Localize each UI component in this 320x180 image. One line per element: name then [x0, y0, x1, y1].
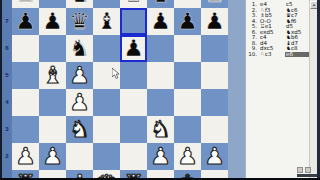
- black-pawn: ♟: [120, 35, 147, 62]
- black-pawn: ♟: [201, 8, 228, 35]
- black-rook: ♜: [12, 0, 39, 8]
- square-e6[interactable]: ♟: [120, 35, 147, 62]
- square-f5[interactable]: [147, 62, 174, 89]
- square-g6[interactable]: [174, 35, 201, 62]
- square-c5[interactable]: ♟: [66, 62, 93, 89]
- black-pawn: ♟: [147, 8, 174, 35]
- black-bishop: ♝: [147, 0, 174, 8]
- square-d3[interactable]: [93, 116, 120, 143]
- black-rook: ♜: [201, 0, 228, 8]
- square-e8[interactable]: ♚: [120, 0, 147, 8]
- mouse-cursor: [112, 68, 120, 79]
- square-b8[interactable]: [39, 0, 66, 8]
- moves-panel: 1.e4c52.♘f3♞c63.♗b5♛c74.O-O♞f65.♖e1d56.e…: [245, 0, 318, 178]
- black-knight: ♞: [66, 35, 93, 62]
- square-h8[interactable]: ♜: [201, 0, 228, 8]
- move-black[interactable]: e6: [285, 52, 310, 58]
- rank-label-8: 8: [2, 0, 12, 8]
- square-f3[interactable]: ♞: [147, 116, 174, 143]
- square-e3[interactable]: [120, 116, 147, 143]
- square-f2[interactable]: ♟: [147, 143, 174, 170]
- move-list: 1.e4c52.♘f3♞c63.♗b5♛c74.O-O♞f65.♖e1d56.e…: [246, 2, 310, 57]
- square-f8[interactable]: ♝: [147, 0, 174, 8]
- square-d7[interactable]: ♝: [93, 8, 120, 35]
- white-pawn: ♟: [201, 143, 228, 170]
- white-bishop: ♝: [39, 62, 66, 89]
- rank-label-1: 1: [2, 170, 12, 180]
- white-knight: ♞: [66, 116, 93, 143]
- square-c2[interactable]: [66, 143, 93, 170]
- square-d8[interactable]: [93, 0, 120, 8]
- rank-label-7: 7: [2, 8, 12, 35]
- black-knight: ♞: [66, 0, 93, 8]
- square-e4[interactable]: [120, 89, 147, 116]
- square-c6[interactable]: ♞: [66, 35, 93, 62]
- rank-label-5: 5: [2, 62, 12, 89]
- black-king: ♚: [120, 0, 147, 8]
- square-a6[interactable]: [12, 35, 39, 62]
- square-a3[interactable]: [12, 116, 39, 143]
- square-h5[interactable]: [201, 62, 228, 89]
- square-e5[interactable]: [120, 62, 147, 89]
- rank-label-6: 6: [2, 35, 12, 62]
- chess-board: ♜♞♚♝♜♟♟♛♝♟♟♟♞♟♝♟♟♞♞♟♟♟♟♟♜♝♛♜♚: [12, 0, 228, 180]
- square-a8[interactable]: ♜: [12, 0, 39, 8]
- move-row: 10.♘c3e6: [246, 52, 310, 58]
- square-c3[interactable]: ♞: [66, 116, 93, 143]
- move-number: 10.: [246, 52, 259, 58]
- square-g3[interactable]: [174, 116, 201, 143]
- white-pawn: ♟: [66, 62, 93, 89]
- square-a7[interactable]: ♟: [12, 8, 39, 35]
- square-c8[interactable]: ♞: [66, 0, 93, 8]
- square-b3[interactable]: [39, 116, 66, 143]
- app-window: ♜♞♚♝♜♟♟♛♝♟♟♟♞♟♝♟♟♞♞♟♟♟♟♟♜♝♛♜♚ 1.e4c52.♘f…: [0, 0, 320, 180]
- resize-grip[interactable]: [297, 167, 303, 173]
- square-a5[interactable]: [12, 62, 39, 89]
- square-b5[interactable]: ♝: [39, 62, 66, 89]
- rank-label-3: 3: [2, 116, 12, 143]
- square-a2[interactable]: ♟: [12, 143, 39, 170]
- white-pawn: ♟: [12, 143, 39, 170]
- move-white[interactable]: ♘c3: [259, 52, 285, 58]
- black-bishop: ♝: [93, 8, 120, 35]
- square-d4[interactable]: [93, 89, 120, 116]
- rank-label-4: 4: [2, 89, 12, 116]
- black-pawn: ♟: [174, 8, 201, 35]
- resize-grip-bar: [297, 174, 317, 177]
- white-pawn: ♟: [174, 143, 201, 170]
- square-e7[interactable]: [120, 8, 147, 35]
- square-f4[interactable]: [147, 89, 174, 116]
- black-pawn: ♟: [39, 8, 66, 35]
- square-g5[interactable]: [174, 62, 201, 89]
- square-c7[interactable]: ♛: [66, 8, 93, 35]
- square-b6[interactable]: [39, 35, 66, 62]
- square-h7[interactable]: ♟: [201, 8, 228, 35]
- square-h4[interactable]: [201, 89, 228, 116]
- square-f7[interactable]: ♟: [147, 8, 174, 35]
- white-pawn: ♟: [39, 143, 66, 170]
- white-pawn: ♟: [66, 89, 93, 116]
- white-pawn: ♟: [147, 143, 174, 170]
- white-knight: ♞: [147, 116, 174, 143]
- window-edge-bottom: [0, 178, 320, 180]
- square-a4[interactable]: [12, 89, 39, 116]
- square-e2[interactable]: [120, 143, 147, 170]
- square-f6[interactable]: [147, 35, 174, 62]
- resize-grip[interactable]: [305, 167, 311, 173]
- square-g2[interactable]: ♟: [174, 143, 201, 170]
- square-c4[interactable]: ♟: [66, 89, 93, 116]
- square-d2[interactable]: [93, 143, 120, 170]
- square-h2[interactable]: ♟: [201, 143, 228, 170]
- square-d6[interactable]: [93, 35, 120, 62]
- black-queen: ♛: [66, 8, 93, 35]
- rank-label-2: 2: [2, 143, 12, 170]
- square-g4[interactable]: [174, 89, 201, 116]
- square-g7[interactable]: ♟: [174, 8, 201, 35]
- square-h3[interactable]: [201, 116, 228, 143]
- square-b7[interactable]: ♟: [39, 8, 66, 35]
- square-g8[interactable]: [174, 0, 201, 8]
- square-b2[interactable]: ♟: [39, 143, 66, 170]
- square-h6[interactable]: [201, 35, 228, 62]
- black-pawn: ♟: [12, 8, 39, 35]
- square-b4[interactable]: [39, 89, 66, 116]
